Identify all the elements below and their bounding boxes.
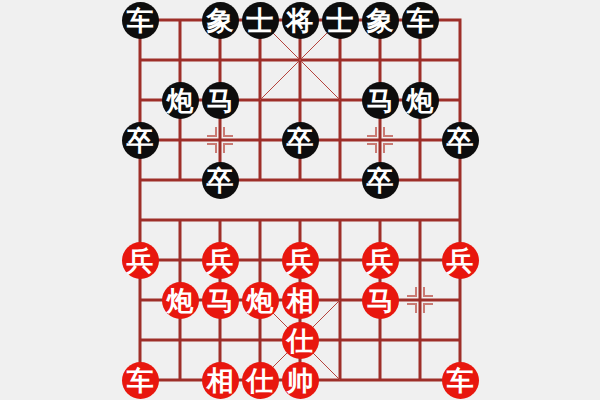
piece-red-rook[interactable]: 车 — [122, 362, 159, 399]
piece-black-horse[interactable]: 马 — [362, 82, 399, 119]
piece-black-king[interactable]: 将 — [282, 2, 319, 39]
piece-red-advisor[interactable]: 仕 — [282, 322, 319, 359]
piece-red-pawn[interactable]: 兵 — [122, 242, 159, 279]
piece-red-cannon[interactable]: 炮 — [242, 282, 279, 319]
piece-black-advisor[interactable]: 士 — [242, 2, 279, 39]
xiangqi-board[interactable]: 车象士将士象车炮马马炮卒卒卒卒卒兵兵兵兵兵炮马炮相马仕车相仕帅车 — [120, 0, 480, 400]
piece-red-pawn[interactable]: 兵 — [362, 242, 399, 279]
piece-black-pawn[interactable]: 卒 — [122, 122, 159, 159]
piece-red-elephant[interactable]: 相 — [282, 282, 319, 319]
piece-black-pawn[interactable]: 卒 — [442, 122, 479, 159]
piece-black-pawn[interactable]: 卒 — [362, 162, 399, 199]
piece-red-pawn[interactable]: 兵 — [442, 242, 479, 279]
piece-red-king[interactable]: 帅 — [282, 362, 319, 399]
piece-red-pawn[interactable]: 兵 — [202, 242, 239, 279]
piece-red-pawn[interactable]: 兵 — [282, 242, 319, 279]
piece-black-advisor[interactable]: 士 — [322, 2, 359, 39]
piece-black-rook[interactable]: 车 — [402, 2, 439, 39]
piece-red-horse[interactable]: 马 — [362, 282, 399, 319]
piece-black-elephant[interactable]: 象 — [202, 2, 239, 39]
piece-red-cannon[interactable]: 炮 — [162, 282, 199, 319]
piece-red-elephant[interactable]: 相 — [202, 362, 239, 399]
piece-grid: 车象士将士象车炮马马炮卒卒卒卒卒兵兵兵兵兵炮马炮相马仕车相仕帅车 — [120, 0, 480, 400]
piece-black-pawn[interactable]: 卒 — [282, 122, 319, 159]
piece-black-horse[interactable]: 马 — [202, 82, 239, 119]
piece-red-advisor[interactable]: 仕 — [242, 362, 279, 399]
piece-red-rook[interactable]: 车 — [442, 362, 479, 399]
xiangqi-diagram: { "game": "xiangqi", "position": "r1baka… — [0, 0, 600, 400]
piece-black-elephant[interactable]: 象 — [362, 2, 399, 39]
piece-black-rook[interactable]: 车 — [122, 2, 159, 39]
piece-black-cannon[interactable]: 炮 — [162, 82, 199, 119]
piece-red-horse[interactable]: 马 — [202, 282, 239, 319]
piece-black-pawn[interactable]: 卒 — [202, 162, 239, 199]
piece-black-cannon[interactable]: 炮 — [402, 82, 439, 119]
